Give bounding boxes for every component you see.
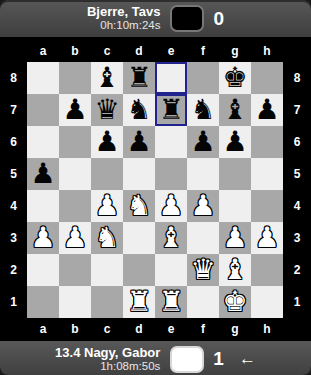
player-top-score: 0 — [213, 8, 224, 30]
chess-board: ♝♜♚♟♛♞♜♞♝♟♟♟♟♟♟♟♞♟♟♟♟♞♝♟♟♛♝♜♜♚ — [27, 62, 283, 318]
square-c8[interactable]: ♝ — [91, 62, 123, 94]
piece-black-bishop[interactable]: ♝ — [222, 94, 247, 126]
piece-white-pawn[interactable]: ♟ — [222, 222, 247, 254]
rank-labels-right: 87654321 — [283, 62, 311, 318]
piece-black-knight[interactable]: ♞ — [190, 94, 215, 126]
piece-black-king[interactable]: ♚ — [222, 62, 247, 94]
file-label-h: h — [251, 40, 283, 62]
file-label-d: d — [123, 40, 155, 62]
piece-white-pawn[interactable]: ♟ — [30, 222, 55, 254]
piece-white-rook[interactable]: ♜ — [158, 286, 183, 318]
piece-white-pawn[interactable]: ♟ — [254, 222, 279, 254]
file-label-g: g — [219, 318, 251, 339]
player-top-color-box — [170, 5, 204, 32]
piece-white-queen[interactable]: ♛ — [190, 254, 215, 286]
piece-black-queen[interactable]: ♛ — [94, 94, 119, 126]
square-g1[interactable]: ♚ — [219, 286, 251, 318]
rank-label-1: 1 — [0, 286, 27, 318]
file-label-f: f — [187, 318, 219, 339]
square-c6[interactable]: ♟ — [91, 126, 123, 158]
file-label-a: a — [27, 40, 59, 62]
board-frame: abcdefgh 87654321 ♝♜♚♟♛♞♜♞♝♟♟♟♟♟♟♟♞♟♟♟♟♞… — [0, 40, 311, 339]
rank-labels-left: 87654321 — [0, 62, 27, 318]
piece-black-rook[interactable]: ♜ — [126, 62, 151, 94]
file-labels-bottom: abcdefgh — [0, 318, 311, 339]
square-a5[interactable]: ♟ — [27, 158, 59, 190]
piece-white-knight[interactable]: ♞ — [126, 190, 151, 222]
file-label-e: e — [155, 40, 187, 62]
square-a1[interactable] — [27, 286, 59, 318]
square-g6[interactable]: ♟ — [219, 126, 251, 158]
square-a4[interactable] — [27, 190, 59, 222]
square-b1[interactable] — [59, 286, 91, 318]
piece-white-knight[interactable]: ♞ — [94, 222, 119, 254]
square-a7[interactable] — [27, 94, 59, 126]
rank-label-5: 5 — [283, 158, 311, 190]
square-h4[interactable] — [251, 190, 283, 222]
piece-black-pawn[interactable]: ♟ — [126, 126, 151, 158]
piece-white-pawn[interactable]: ♟ — [94, 190, 119, 222]
square-f6[interactable]: ♟ — [187, 126, 219, 158]
square-d1[interactable]: ♜ — [123, 286, 155, 318]
player-bottom-info: 13.4 Nagy, Gabor 1h:08m:50s — [55, 346, 160, 373]
piece-black-bishop[interactable]: ♝ — [94, 62, 119, 94]
square-g3[interactable]: ♟ — [219, 222, 251, 254]
square-h6[interactable] — [251, 126, 283, 158]
rank-label-4: 4 — [283, 190, 311, 222]
square-h8[interactable] — [251, 62, 283, 94]
file-label-c: c — [91, 318, 123, 339]
square-f5[interactable] — [187, 158, 219, 190]
piece-black-rook[interactable]: ♜ — [158, 94, 183, 126]
square-e1[interactable]: ♜ — [155, 286, 187, 318]
rank-label-7: 7 — [0, 94, 27, 126]
piece-black-knight[interactable]: ♞ — [126, 94, 151, 126]
rank-label-7: 7 — [283, 94, 311, 126]
rank-label-8: 8 — [0, 62, 27, 94]
rank-label-3: 3 — [0, 222, 27, 254]
square-g4[interactable] — [219, 190, 251, 222]
rank-label-2: 2 — [0, 254, 27, 286]
square-e4[interactable]: ♟ — [155, 190, 187, 222]
player-bottom-name: 13.4 Nagy, Gabor — [55, 346, 160, 360]
rank-label-6: 6 — [0, 126, 27, 158]
square-c4[interactable]: ♟ — [91, 190, 123, 222]
player-bottom-bar: 13.4 Nagy, Gabor 1h:08m:50s 1 ← — [0, 339, 311, 375]
file-label-g: g — [219, 40, 251, 62]
board-middle: 87654321 ♝♜♚♟♛♞♜♞♝♟♟♟♟♟♟♟♞♟♟♟♟♞♝♟♟♛♝♜♜♚ … — [0, 62, 311, 318]
piece-white-bishop[interactable]: ♝ — [222, 254, 247, 286]
file-labels-top: abcdefgh — [0, 40, 311, 62]
square-e6[interactable] — [155, 126, 187, 158]
piece-black-pawn[interactable]: ♟ — [30, 158, 55, 190]
square-a6[interactable] — [27, 126, 59, 158]
square-b3[interactable]: ♟ — [59, 222, 91, 254]
turn-indicator-arrow: ← — [239, 349, 256, 369]
square-e2[interactable] — [155, 254, 187, 286]
file-label-a: a — [27, 318, 59, 339]
rank-label-5: 5 — [0, 158, 27, 190]
player-top-bar: Bjerre, Tavs 0h:10m:24s 0 — [0, 0, 311, 40]
square-d8[interactable]: ♜ — [123, 62, 155, 94]
piece-white-pawn[interactable]: ♟ — [190, 190, 215, 222]
square-e3[interactable]: ♝ — [155, 222, 187, 254]
square-a2[interactable] — [27, 254, 59, 286]
square-b8[interactable] — [59, 62, 91, 94]
piece-black-pawn[interactable]: ♟ — [94, 126, 119, 158]
square-a8[interactable] — [27, 62, 59, 94]
square-f3[interactable] — [187, 222, 219, 254]
piece-white-pawn[interactable]: ♟ — [62, 222, 87, 254]
chess-game-widget: Bjerre, Tavs 0h:10m:24s 0 abcdefgh 87654… — [0, 0, 311, 375]
square-c5[interactable] — [91, 158, 123, 190]
square-h5[interactable] — [251, 158, 283, 190]
square-d7[interactable]: ♞ — [123, 94, 155, 126]
square-h3[interactable]: ♟ — [251, 222, 283, 254]
square-c1[interactable] — [91, 286, 123, 318]
file-label-f: f — [187, 40, 219, 62]
file-label-e: e — [155, 318, 187, 339]
square-g7[interactable]: ♝ — [219, 94, 251, 126]
player-bottom-clock: 1h:08m:50s — [55, 360, 160, 373]
piece-black-pawn[interactable]: ♟ — [254, 94, 279, 126]
square-h2[interactable] — [251, 254, 283, 286]
square-c7[interactable]: ♛ — [91, 94, 123, 126]
piece-black-pawn[interactable]: ♟ — [222, 126, 247, 158]
rank-label-2: 2 — [283, 254, 311, 286]
player-bottom-score: 1 — [213, 348, 224, 370]
square-d5[interactable] — [123, 158, 155, 190]
rank-label-1: 1 — [283, 286, 311, 318]
square-e8[interactable] — [155, 62, 187, 94]
file-label-b: b — [59, 40, 91, 62]
player-top-info: Bjerre, Tavs 0h:10m:24s — [87, 5, 160, 32]
square-d6[interactable]: ♟ — [123, 126, 155, 158]
player-top-name: Bjerre, Tavs — [87, 5, 160, 19]
player-bottom-color-box — [170, 346, 204, 373]
piece-white-bishop[interactable]: ♝ — [158, 222, 183, 254]
square-c3[interactable]: ♞ — [91, 222, 123, 254]
square-e5[interactable] — [155, 158, 187, 190]
file-label-b: b — [59, 318, 91, 339]
piece-white-rook[interactable]: ♜ — [126, 286, 151, 318]
square-g5[interactable] — [219, 158, 251, 190]
square-d2[interactable] — [123, 254, 155, 286]
square-a3[interactable]: ♟ — [27, 222, 59, 254]
piece-black-pawn[interactable]: ♟ — [62, 94, 87, 126]
square-f1[interactable] — [187, 286, 219, 318]
square-g2[interactable]: ♝ — [219, 254, 251, 286]
square-h1[interactable] — [251, 286, 283, 318]
square-b6[interactable] — [59, 126, 91, 158]
piece-white-pawn[interactable]: ♟ — [158, 190, 183, 222]
square-d3[interactable] — [123, 222, 155, 254]
rank-label-6: 6 — [283, 126, 311, 158]
rank-label-8: 8 — [283, 62, 311, 94]
piece-black-pawn[interactable]: ♟ — [190, 126, 215, 158]
square-c2[interactable] — [91, 254, 123, 286]
square-b2[interactable] — [59, 254, 91, 286]
piece-white-king[interactable]: ♚ — [222, 286, 247, 318]
square-b7[interactable]: ♟ — [59, 94, 91, 126]
square-f8[interactable] — [187, 62, 219, 94]
file-label-h: h — [251, 318, 283, 339]
square-f4[interactable]: ♟ — [187, 190, 219, 222]
file-label-c: c — [91, 40, 123, 62]
square-e7[interactable]: ♜ — [155, 94, 187, 126]
square-g8[interactable]: ♚ — [219, 62, 251, 94]
file-label-d: d — [123, 318, 155, 339]
square-h7[interactable]: ♟ — [251, 94, 283, 126]
square-b4[interactable] — [59, 190, 91, 222]
square-f7[interactable]: ♞ — [187, 94, 219, 126]
square-b5[interactable] — [59, 158, 91, 190]
square-f2[interactable]: ♛ — [187, 254, 219, 286]
rank-label-4: 4 — [0, 190, 27, 222]
square-d4[interactable]: ♞ — [123, 190, 155, 222]
rank-label-3: 3 — [283, 222, 311, 254]
player-top-clock: 0h:10m:24s — [87, 19, 160, 32]
